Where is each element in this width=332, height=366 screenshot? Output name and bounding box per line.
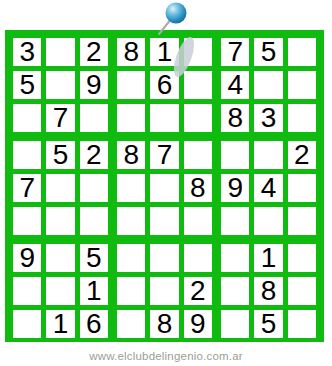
cell-r3c7: 8 [221, 104, 249, 132]
box-5: 878 [117, 141, 212, 235]
cell-r7c2[interactable] [46, 244, 74, 272]
watermark-url: www.elclubdelingenio.com.ar [0, 350, 332, 362]
cell-r6c5[interactable] [150, 207, 178, 235]
cell-r8c7[interactable] [221, 277, 249, 305]
cell-r2c1: 5 [13, 71, 41, 99]
cell-r7c1: 9 [13, 244, 41, 272]
cell-r7c4[interactable] [117, 244, 145, 272]
cell-r3c5[interactable] [150, 104, 178, 132]
cell-r9c6: 9 [184, 310, 212, 338]
cell-r3c1[interactable] [13, 104, 41, 132]
cell-r8c8: 8 [254, 277, 282, 305]
cell-r1c8: 5 [254, 38, 282, 66]
cell-r9c7[interactable] [221, 310, 249, 338]
cell-r9c1[interactable] [13, 310, 41, 338]
cell-r4c2: 5 [46, 141, 74, 169]
cell-r6c1[interactable] [13, 207, 41, 235]
cell-r1c9[interactable] [288, 38, 316, 66]
box-8: 289 [117, 244, 212, 338]
cell-r4c8[interactable] [254, 141, 282, 169]
cell-r7c5[interactable] [150, 244, 178, 272]
cell-r6c3[interactable] [80, 207, 108, 235]
cell-r2c4[interactable] [117, 71, 145, 99]
cell-r4c6[interactable] [184, 141, 212, 169]
cell-r7c8: 1 [254, 244, 282, 272]
cell-r5c5[interactable] [150, 174, 178, 202]
cell-r1c2[interactable] [46, 38, 74, 66]
sudoku-page: 325978167548352787829495116289185 www.el… [0, 0, 332, 366]
cell-r7c7[interactable] [221, 244, 249, 272]
cell-r5c6: 8 [184, 174, 212, 202]
box-3: 75483 [221, 38, 316, 132]
cell-r4c4: 8 [117, 141, 145, 169]
pushpin-ball [166, 3, 187, 24]
cell-r9c8: 5 [254, 310, 282, 338]
cell-r3c3[interactable] [80, 104, 108, 132]
box-9: 185 [221, 244, 316, 338]
cell-r5c2[interactable] [46, 174, 74, 202]
cell-r3c9[interactable] [288, 104, 316, 132]
cell-r5c7: 9 [221, 174, 249, 202]
cell-r2c9[interactable] [288, 71, 316, 99]
cell-r3c8: 3 [254, 104, 282, 132]
cell-r1c3: 2 [80, 38, 108, 66]
cell-r8c6: 2 [184, 277, 212, 305]
cell-r4c1[interactable] [13, 141, 41, 169]
cell-r6c7[interactable] [221, 207, 249, 235]
cell-r4c9: 2 [288, 141, 316, 169]
cell-r4c7[interactable] [221, 141, 249, 169]
cell-r6c6[interactable] [184, 207, 212, 235]
cell-r9c5: 8 [150, 310, 178, 338]
cell-r3c6[interactable] [184, 104, 212, 132]
cell-r8c4[interactable] [117, 277, 145, 305]
cell-r5c1: 7 [13, 174, 41, 202]
cell-r7c9[interactable] [288, 244, 316, 272]
cell-r1c5: 1 [150, 38, 178, 66]
cell-r2c2[interactable] [46, 71, 74, 99]
cell-r6c8[interactable] [254, 207, 282, 235]
cell-r3c2: 7 [46, 104, 74, 132]
cell-r2c6[interactable] [184, 71, 212, 99]
cell-r4c5: 7 [150, 141, 178, 169]
cell-r8c3: 1 [80, 277, 108, 305]
cell-r6c9[interactable] [288, 207, 316, 235]
cell-r2c3: 9 [80, 71, 108, 99]
sudoku-board: 325978167548352787829495116289185 [5, 30, 324, 342]
cell-r1c6[interactable] [184, 38, 212, 66]
cell-r6c2[interactable] [46, 207, 74, 235]
cell-r8c2[interactable] [46, 277, 74, 305]
cell-r5c9[interactable] [288, 174, 316, 202]
cell-r9c3: 6 [80, 310, 108, 338]
cell-r5c3[interactable] [80, 174, 108, 202]
cell-r7c3: 5 [80, 244, 108, 272]
cell-r2c7: 4 [221, 71, 249, 99]
cell-r2c5: 6 [150, 71, 178, 99]
cell-r6c4[interactable] [117, 207, 145, 235]
cell-r8c1[interactable] [13, 277, 41, 305]
cell-r1c7: 7 [221, 38, 249, 66]
cell-r9c2: 1 [46, 310, 74, 338]
cell-r5c8: 4 [254, 174, 282, 202]
box-4: 527 [13, 141, 108, 235]
cell-r5c4[interactable] [117, 174, 145, 202]
box-1: 32597 [13, 38, 108, 132]
box-6: 294 [221, 141, 316, 235]
cell-r1c1: 3 [13, 38, 41, 66]
cell-r4c3: 2 [80, 141, 108, 169]
box-7: 95116 [13, 244, 108, 338]
cell-r8c5[interactable] [150, 277, 178, 305]
box-2: 816 [117, 38, 212, 132]
cell-r8c9[interactable] [288, 277, 316, 305]
cell-r2c8[interactable] [254, 71, 282, 99]
cell-r3c4[interactable] [117, 104, 145, 132]
cell-r1c4: 8 [117, 38, 145, 66]
cell-r7c6[interactable] [184, 244, 212, 272]
cell-r9c4[interactable] [117, 310, 145, 338]
cell-r9c9 [288, 310, 316, 338]
